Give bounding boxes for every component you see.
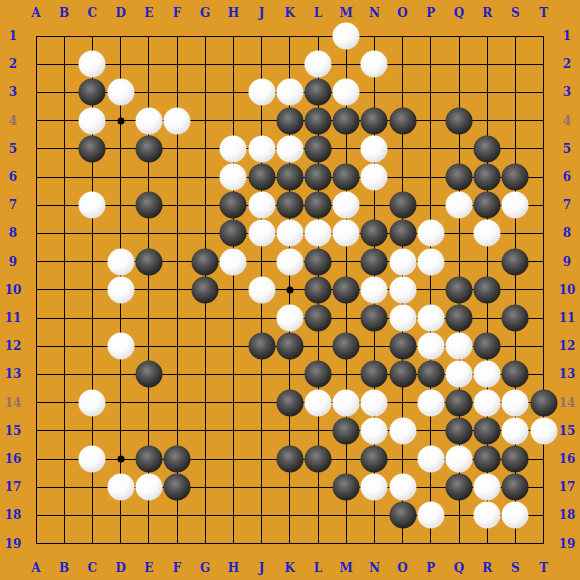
stone-black-o4[interactable] [389,107,416,134]
stone-black-l5[interactable] [305,135,332,162]
column-label-bottom: S [511,562,520,574]
column-label-bottom: N [369,562,380,574]
stone-black-q15[interactable] [446,417,473,444]
stone-white-c2[interactable] [79,51,106,78]
column-label-top: C [88,7,98,19]
row-label-right: 1 [563,30,571,42]
stone-white-k9[interactable] [276,248,303,275]
row-label-right: 5 [563,143,571,155]
stone-white-r8[interactable] [474,220,501,247]
stone-white-m8[interactable] [333,220,360,247]
column-label-top: Q [454,7,464,19]
stone-white-p16[interactable] [417,446,444,473]
stone-white-s18[interactable] [502,502,529,529]
stone-white-r13[interactable] [474,361,501,388]
stone-black-s17[interactable] [502,474,529,501]
stone-black-l3[interactable] [305,79,332,106]
row-label-right: 4 [563,115,571,127]
stone-black-f17[interactable] [164,474,191,501]
stone-white-f4[interactable] [164,107,191,134]
row-label-right: 9 [563,256,571,268]
stone-white-d3[interactable] [107,79,134,106]
stone-white-h9[interactable] [220,248,247,275]
stone-white-r17[interactable] [474,474,501,501]
stone-black-m10[interactable] [333,276,360,303]
stone-black-h7[interactable] [220,192,247,219]
row-label-right: 19 [559,538,576,550]
go-board-screen: AABBCCDDEEFFGGHHJJKKLLMMNNOOPPQQRRSSTT11… [0,0,580,580]
stone-black-q11[interactable] [446,305,473,332]
column-label-top: N [369,7,380,19]
stone-white-l8[interactable] [305,220,332,247]
stone-black-j6[interactable] [248,164,275,191]
stone-white-j5[interactable] [248,135,275,162]
stone-black-l7[interactable] [305,192,332,219]
column-label-top: B [59,7,69,19]
stone-white-j7[interactable] [248,192,275,219]
row-label-left: 2 [9,58,17,70]
stone-white-p9[interactable] [417,248,444,275]
column-label-top: F [173,7,182,19]
row-label-left: 12 [5,340,22,352]
stone-black-m6[interactable] [333,164,360,191]
row-label-left: 18 [5,509,22,521]
stone-black-e16[interactable] [135,446,162,473]
stone-white-q16[interactable] [446,446,473,473]
grid-line-vertical [36,36,37,545]
stone-black-r10[interactable] [474,276,501,303]
stone-white-c16[interactable] [79,446,106,473]
stone-white-k8[interactable] [276,220,303,247]
stone-white-d17[interactable] [107,474,134,501]
stone-black-l10[interactable] [305,276,332,303]
stone-black-r15[interactable] [474,417,501,444]
stone-white-n2[interactable] [361,51,388,78]
stone-black-t14[interactable] [530,389,557,416]
stone-black-l13[interactable] [305,361,332,388]
stone-black-l4[interactable] [305,107,332,134]
stone-white-q13[interactable] [446,361,473,388]
stone-black-l6[interactable] [305,164,332,191]
stone-white-p14[interactable] [417,389,444,416]
stone-black-e13[interactable] [135,361,162,388]
stone-white-k3[interactable] [276,79,303,106]
stone-black-k12[interactable] [276,333,303,360]
stone-black-r7[interactable] [474,192,501,219]
row-label-left: 11 [5,312,22,324]
stone-black-h8[interactable] [220,220,247,247]
stone-white-o17[interactable] [389,474,416,501]
stone-black-k4[interactable] [276,107,303,134]
stone-white-e4[interactable] [135,107,162,134]
stone-black-o8[interactable] [389,220,416,247]
column-label-top: T [539,7,548,19]
column-label-bottom: R [482,562,492,574]
row-label-left: 13 [5,368,22,380]
stone-white-n6[interactable] [361,164,388,191]
column-label-top: R [482,7,492,19]
stone-white-d9[interactable] [107,248,134,275]
column-label-bottom: A [31,562,40,574]
row-label-left: 16 [5,453,22,465]
grid-line-vertical [543,36,544,545]
row-label-left: 15 [5,425,22,437]
stone-black-o13[interactable] [389,361,416,388]
column-label-bottom: E [144,562,153,574]
grid-line-vertical [64,36,65,545]
stone-black-k14[interactable] [276,389,303,416]
stone-white-n17[interactable] [361,474,388,501]
stone-black-q4[interactable] [446,107,473,134]
stone-black-o7[interactable] [389,192,416,219]
stone-white-n15[interactable] [361,417,388,444]
stone-black-n4[interactable] [361,107,388,134]
stone-white-j10[interactable] [248,276,275,303]
stone-white-h5[interactable] [220,135,247,162]
stone-white-p11[interactable] [417,305,444,332]
stone-white-m3[interactable] [333,79,360,106]
stone-white-p18[interactable] [417,502,444,529]
column-label-top: A [31,7,40,19]
column-label-top: H [228,7,239,19]
column-label-bottom: T [539,562,548,574]
row-label-right: 2 [563,58,571,70]
column-label-bottom: G [200,562,210,574]
column-label-top: K [285,7,295,19]
column-label-top: M [340,7,353,19]
column-label-bottom: H [228,562,239,574]
star-point-k10 [286,286,293,293]
column-label-bottom: L [314,562,322,574]
stone-white-c14[interactable] [79,389,106,416]
stone-black-c5[interactable] [79,135,106,162]
row-label-left: 8 [9,227,17,239]
stone-black-q17[interactable] [446,474,473,501]
row-label-left: 3 [9,86,17,98]
column-label-top: L [314,7,322,19]
stone-black-o18[interactable] [389,502,416,529]
stone-white-t15[interactable] [530,417,557,444]
stone-white-o11[interactable] [389,305,416,332]
row-label-right: 17 [559,481,576,493]
star-point-d4 [117,117,124,124]
stone-black-k7[interactable] [276,192,303,219]
row-label-right: 16 [559,453,576,465]
column-label-top: O [397,7,407,19]
row-label-left: 19 [5,538,22,550]
row-label-left: 1 [9,30,17,42]
stone-black-r12[interactable] [474,333,501,360]
stone-white-s15[interactable] [502,417,529,444]
row-label-right: 3 [563,86,571,98]
column-label-top: J [259,7,265,19]
stone-black-m12[interactable] [333,333,360,360]
row-label-right: 12 [559,340,576,352]
stone-black-r5[interactable] [474,135,501,162]
stone-black-m15[interactable] [333,417,360,444]
stone-black-s9[interactable] [502,248,529,275]
stone-white-s7[interactable] [502,192,529,219]
stone-black-n11[interactable] [361,305,388,332]
stone-white-p12[interactable] [417,333,444,360]
row-label-right: 14 [559,397,576,409]
row-label-right: 13 [559,368,576,380]
column-label-bottom: M [340,562,353,574]
stone-white-j8[interactable] [248,220,275,247]
stone-black-e9[interactable] [135,248,162,275]
star-point-d16 [117,456,124,463]
row-label-left: 17 [5,481,22,493]
row-label-right: 7 [563,199,571,211]
column-label-top: P [426,7,435,19]
stone-white-n14[interactable] [361,389,388,416]
stone-black-n13[interactable] [361,361,388,388]
stone-black-q6[interactable] [446,164,473,191]
row-label-right: 18 [559,509,576,521]
stone-white-l14[interactable] [305,389,332,416]
column-label-bottom: O [397,562,407,574]
stone-black-r16[interactable] [474,446,501,473]
stone-white-e17[interactable] [135,474,162,501]
column-label-top: S [511,7,520,19]
stone-white-m1[interactable] [333,23,360,50]
column-label-bottom: J [259,562,265,574]
stone-white-n5[interactable] [361,135,388,162]
stone-black-o12[interactable] [389,333,416,360]
row-label-left: 5 [9,143,17,155]
column-label-bottom: B [59,562,69,574]
column-label-bottom: C [88,562,98,574]
stone-black-p13[interactable] [417,361,444,388]
row-label-left: 7 [9,199,17,211]
row-label-left: 6 [9,171,17,183]
column-label-top: G [200,7,210,19]
stone-white-k11[interactable] [276,305,303,332]
stone-black-n8[interactable] [361,220,388,247]
column-label-bottom: P [426,562,435,574]
stone-black-m17[interactable] [333,474,360,501]
stone-white-m7[interactable] [333,192,360,219]
stone-black-r6[interactable] [474,164,501,191]
stone-white-q12[interactable] [446,333,473,360]
stone-white-r18[interactable] [474,502,501,529]
stone-black-l16[interactable] [305,446,332,473]
row-label-right: 6 [563,171,571,183]
stone-black-l11[interactable] [305,305,332,332]
stone-white-o15[interactable] [389,417,416,444]
stone-white-m14[interactable] [333,389,360,416]
row-label-left: 4 [9,115,17,127]
row-label-right: 11 [559,312,576,324]
stone-white-p8[interactable] [417,220,444,247]
column-label-top: E [144,7,153,19]
stone-black-k6[interactable] [276,164,303,191]
stone-white-j3[interactable] [248,79,275,106]
stone-white-q7[interactable] [446,192,473,219]
stone-white-o10[interactable] [389,276,416,303]
stone-white-o9[interactable] [389,248,416,275]
stone-black-g9[interactable] [192,248,219,275]
stone-black-n9[interactable] [361,248,388,275]
stone-white-d12[interactable] [107,333,134,360]
stone-black-f16[interactable] [164,446,191,473]
grid-line-vertical [233,36,234,545]
row-label-left: 10 [5,284,22,296]
stone-black-n16[interactable] [361,446,388,473]
stone-white-c4[interactable] [79,107,106,134]
stone-black-k16[interactable] [276,446,303,473]
column-label-bottom: K [285,562,295,574]
row-label-left: 9 [9,256,17,268]
stone-black-e7[interactable] [135,192,162,219]
stone-black-q14[interactable] [446,389,473,416]
stone-black-s16[interactable] [502,446,529,473]
stone-black-l9[interactable] [305,248,332,275]
stone-white-r14[interactable] [474,389,501,416]
stone-black-e5[interactable] [135,135,162,162]
stone-white-s14[interactable] [502,389,529,416]
stone-white-h6[interactable] [220,164,247,191]
stone-black-j12[interactable] [248,333,275,360]
stone-white-d10[interactable] [107,276,134,303]
stone-black-g10[interactable] [192,276,219,303]
row-label-left: 14 [5,397,22,409]
stone-black-q10[interactable] [446,276,473,303]
row-label-right: 8 [563,227,571,239]
stone-black-s11[interactable] [502,305,529,332]
column-label-bottom: F [173,562,182,574]
column-label-top: D [115,7,125,19]
row-label-right: 10 [559,284,576,296]
stone-white-n10[interactable] [361,276,388,303]
stone-white-l2[interactable] [305,51,332,78]
column-label-bottom: D [115,562,125,574]
column-label-bottom: Q [454,562,464,574]
stone-black-s6[interactable] [502,164,529,191]
row-label-right: 15 [559,425,576,437]
stone-black-c3[interactable] [79,79,106,106]
stone-white-c7[interactable] [79,192,106,219]
stone-white-k5[interactable] [276,135,303,162]
stone-black-m4[interactable] [333,107,360,134]
stone-black-s13[interactable] [502,361,529,388]
